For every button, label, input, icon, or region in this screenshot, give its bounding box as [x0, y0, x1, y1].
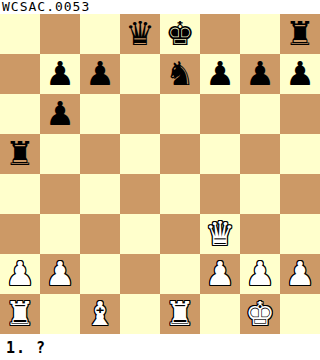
white-bishop: ♝ [85, 294, 115, 334]
black-king: ♚ [165, 14, 195, 54]
square-c3 [80, 214, 120, 254]
black-knight: ♞ [165, 54, 195, 94]
black-pawn: ♟ [245, 54, 275, 94]
square-b1 [40, 294, 80, 334]
white-king: ♚ [245, 294, 275, 334]
square-e7: ♞ [160, 54, 200, 94]
chess-board: ♛♚♜♟♟♞♟♟♟♟♜♛♟♟♟♟♟♜♝♜♚ [0, 14, 320, 334]
puzzle-id: WCSAC.0053 [0, 0, 320, 14]
square-g8 [240, 14, 280, 54]
square-g4 [240, 174, 280, 214]
square-c8 [80, 14, 120, 54]
white-pawn: ♟ [205, 254, 235, 294]
chess-puzzle-page: WCSAC.0053 ♛♚♜♟♟♞♟♟♟♟♜♛♟♟♟♟♟♜♝♜♚ 1. ? [0, 0, 320, 360]
white-pawn: ♟ [45, 254, 75, 294]
square-a4 [0, 174, 40, 214]
white-queen: ♛ [205, 214, 235, 254]
square-a3 [0, 214, 40, 254]
white-pawn: ♟ [285, 254, 315, 294]
black-rook: ♜ [5, 134, 35, 174]
black-rook: ♜ [285, 14, 315, 54]
square-b8 [40, 14, 80, 54]
black-pawn: ♟ [85, 54, 115, 94]
white-pawn: ♟ [5, 254, 35, 294]
square-a5: ♜ [0, 134, 40, 174]
white-pawn: ♟ [245, 254, 275, 294]
black-pawn: ♟ [45, 94, 75, 134]
square-g7: ♟ [240, 54, 280, 94]
move-prompt: 1. ? [0, 334, 320, 357]
black-pawn: ♟ [205, 54, 235, 94]
square-h4 [280, 174, 320, 214]
square-b6: ♟ [40, 94, 80, 134]
square-h7: ♟ [280, 54, 320, 94]
square-c6 [80, 94, 120, 134]
square-b5 [40, 134, 80, 174]
square-e4 [160, 174, 200, 214]
square-g6 [240, 94, 280, 134]
square-c2 [80, 254, 120, 294]
white-rook: ♜ [165, 294, 195, 334]
square-e8: ♚ [160, 14, 200, 54]
square-e6 [160, 94, 200, 134]
square-d5 [120, 134, 160, 174]
square-e1: ♜ [160, 294, 200, 334]
square-h8: ♜ [280, 14, 320, 54]
square-e5 [160, 134, 200, 174]
square-d2 [120, 254, 160, 294]
square-c5 [80, 134, 120, 174]
square-a6 [0, 94, 40, 134]
square-b3 [40, 214, 80, 254]
black-pawn: ♟ [285, 54, 315, 94]
square-f4 [200, 174, 240, 214]
square-a2: ♟ [0, 254, 40, 294]
square-d8: ♛ [120, 14, 160, 54]
square-b2: ♟ [40, 254, 80, 294]
white-rook: ♜ [5, 294, 35, 334]
black-pawn: ♟ [45, 54, 75, 94]
black-queen: ♛ [125, 14, 155, 54]
square-h5 [280, 134, 320, 174]
square-d4 [120, 174, 160, 214]
square-h3 [280, 214, 320, 254]
square-g2: ♟ [240, 254, 280, 294]
square-d3 [120, 214, 160, 254]
square-c4 [80, 174, 120, 214]
square-e3 [160, 214, 200, 254]
square-f3: ♛ [200, 214, 240, 254]
square-e2 [160, 254, 200, 294]
square-f1 [200, 294, 240, 334]
square-f2: ♟ [200, 254, 240, 294]
square-b4 [40, 174, 80, 214]
square-c7: ♟ [80, 54, 120, 94]
square-f8 [200, 14, 240, 54]
square-g3 [240, 214, 280, 254]
square-g1: ♚ [240, 294, 280, 334]
square-d6 [120, 94, 160, 134]
square-b7: ♟ [40, 54, 80, 94]
square-h6 [280, 94, 320, 134]
square-a1: ♜ [0, 294, 40, 334]
square-h2: ♟ [280, 254, 320, 294]
square-d1 [120, 294, 160, 334]
square-a8 [0, 14, 40, 54]
square-f7: ♟ [200, 54, 240, 94]
square-f5 [200, 134, 240, 174]
square-h1 [280, 294, 320, 334]
square-d7 [120, 54, 160, 94]
square-a7 [0, 54, 40, 94]
square-g5 [240, 134, 280, 174]
square-f6 [200, 94, 240, 134]
square-c1: ♝ [80, 294, 120, 334]
